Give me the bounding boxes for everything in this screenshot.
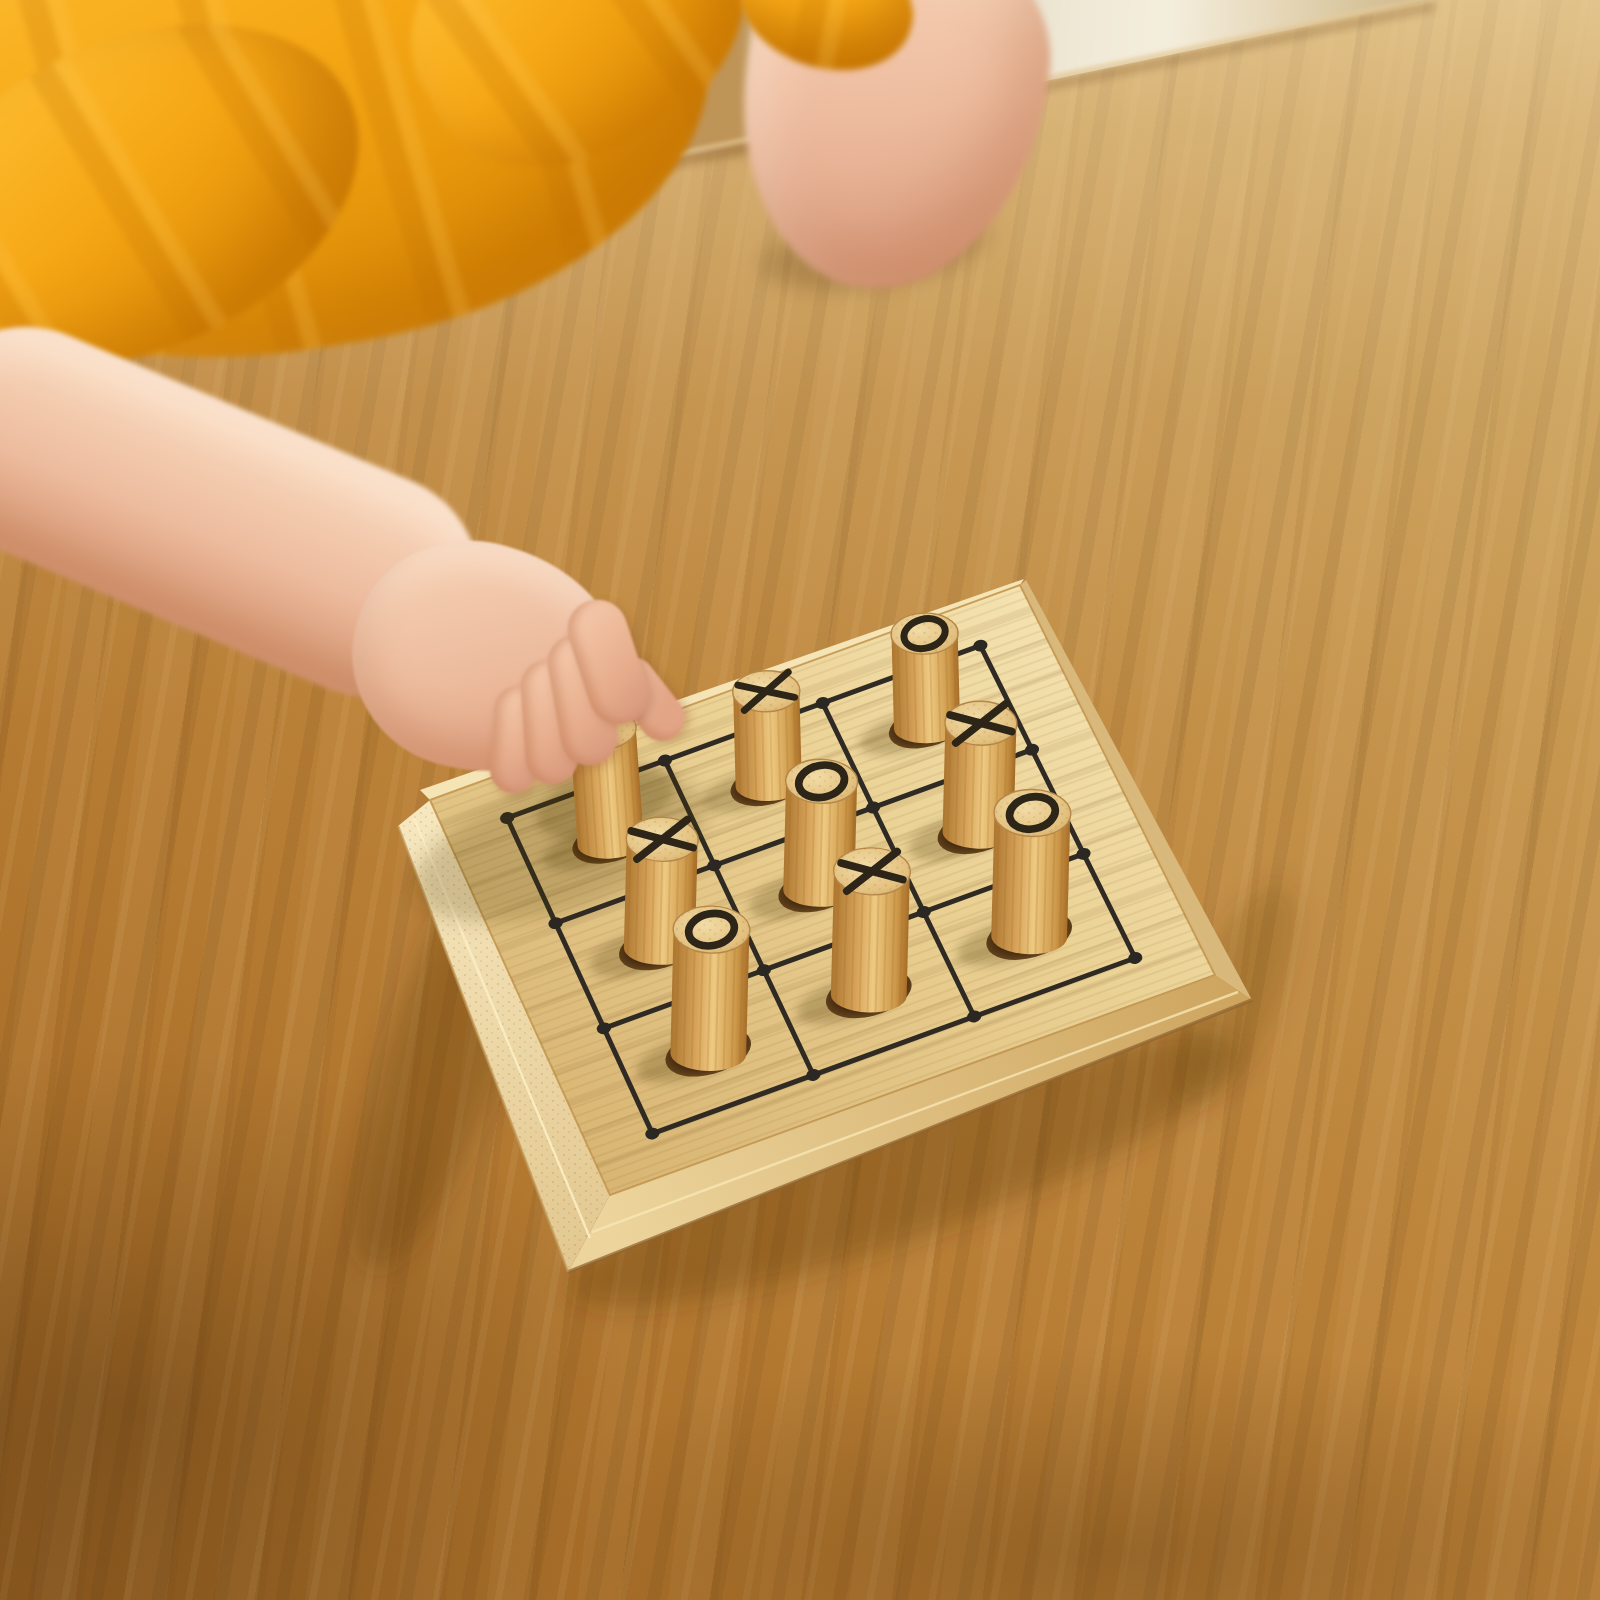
peg-r2c1-x[interactable] <box>830 847 911 1014</box>
peg-r2c0-o[interactable] <box>669 905 750 1072</box>
peg-r2c2-o[interactable] <box>990 788 1071 955</box>
scene: Overhead photo of a child in a yellow t-… <box>0 0 1600 1600</box>
game-board <box>0 0 1600 1600</box>
